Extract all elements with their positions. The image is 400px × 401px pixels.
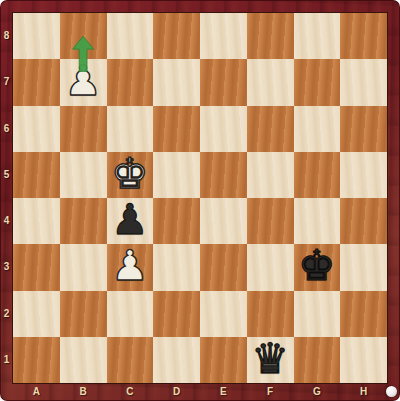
rank-label-1: 1 [0, 355, 13, 365]
square-h3[interactable] [340, 244, 387, 290]
square-b6[interactable] [60, 106, 107, 152]
square-a7[interactable] [13, 59, 60, 105]
square-h2[interactable] [340, 291, 387, 337]
square-h4[interactable] [340, 198, 387, 244]
square-e7[interactable] [200, 59, 247, 105]
file-label-a: A [13, 386, 60, 398]
square-h8[interactable] [340, 13, 387, 59]
file-label-f: F [247, 386, 294, 398]
chess-board[interactable]: ♟♚♟♟♚♛ [13, 13, 387, 383]
square-a8[interactable] [13, 13, 60, 59]
rank-label-2: 2 [0, 309, 13, 319]
file-label-d: D [153, 386, 200, 398]
square-h1[interactable] [340, 337, 387, 383]
square-d8[interactable] [153, 13, 200, 59]
square-e1[interactable] [200, 337, 247, 383]
square-e5[interactable] [200, 152, 247, 198]
square-a6[interactable] [13, 106, 60, 152]
square-f3[interactable] [247, 244, 294, 290]
rank-label-3: 3 [0, 262, 13, 272]
square-g7[interactable] [294, 59, 341, 105]
square-c4[interactable]: ♟ [107, 198, 154, 244]
square-b2[interactable] [60, 291, 107, 337]
black-queen[interactable]: ♛ [251, 336, 289, 382]
square-b1[interactable] [60, 337, 107, 383]
square-b7[interactable]: ♟ [60, 59, 107, 105]
square-e8[interactable] [200, 13, 247, 59]
square-c8[interactable] [107, 13, 154, 59]
square-d4[interactable] [153, 198, 200, 244]
square-f1[interactable]: ♛ [247, 337, 294, 383]
black-pawn[interactable]: ♟ [111, 197, 149, 243]
square-f7[interactable] [247, 59, 294, 105]
square-g1[interactable] [294, 337, 341, 383]
square-f4[interactable] [247, 198, 294, 244]
black-king[interactable]: ♚ [298, 243, 336, 289]
white-pawn[interactable]: ♟ [64, 58, 102, 104]
square-c7[interactable] [107, 59, 154, 105]
square-d7[interactable] [153, 59, 200, 105]
rank-label-8: 8 [0, 31, 13, 41]
file-label-g: G [294, 386, 341, 398]
white-pawn[interactable]: ♟ [111, 243, 149, 289]
square-g6[interactable] [294, 106, 341, 152]
square-h7[interactable] [340, 59, 387, 105]
rank-label-4: 4 [0, 216, 13, 226]
white-king[interactable]: ♚ [111, 151, 149, 197]
square-a4[interactable] [13, 198, 60, 244]
square-f2[interactable] [247, 291, 294, 337]
square-c6[interactable] [107, 106, 154, 152]
rank-label-7: 7 [0, 77, 13, 87]
square-b4[interactable] [60, 198, 107, 244]
square-e6[interactable] [200, 106, 247, 152]
square-e4[interactable] [200, 198, 247, 244]
turn-indicator-dot [386, 386, 397, 397]
square-f5[interactable] [247, 152, 294, 198]
file-label-h: H [340, 386, 387, 398]
square-a2[interactable] [13, 291, 60, 337]
square-c2[interactable] [107, 291, 154, 337]
square-g2[interactable] [294, 291, 341, 337]
square-g3[interactable]: ♚ [294, 244, 341, 290]
square-d5[interactable] [153, 152, 200, 198]
square-g5[interactable] [294, 152, 341, 198]
square-b5[interactable] [60, 152, 107, 198]
square-c1[interactable] [107, 337, 154, 383]
square-f8[interactable] [247, 13, 294, 59]
rank-label-6: 6 [0, 124, 13, 134]
square-d3[interactable] [153, 244, 200, 290]
square-c5[interactable]: ♚ [107, 152, 154, 198]
file-label-b: B [60, 386, 107, 398]
chess-diagram: ♟♚♟♟♚♛ 87654321 ABCDEFGH [0, 0, 400, 401]
square-b8[interactable] [60, 13, 107, 59]
file-label-c: C [107, 386, 154, 398]
square-d2[interactable] [153, 291, 200, 337]
square-h5[interactable] [340, 152, 387, 198]
square-d6[interactable] [153, 106, 200, 152]
rank-label-5: 5 [0, 170, 13, 180]
square-a1[interactable] [13, 337, 60, 383]
square-h6[interactable] [340, 106, 387, 152]
square-f6[interactable] [247, 106, 294, 152]
square-a3[interactable] [13, 244, 60, 290]
square-d1[interactable] [153, 337, 200, 383]
square-g8[interactable] [294, 13, 341, 59]
file-label-e: E [200, 386, 247, 398]
square-e2[interactable] [200, 291, 247, 337]
square-g4[interactable] [294, 198, 341, 244]
square-e3[interactable] [200, 244, 247, 290]
square-a5[interactable] [13, 152, 60, 198]
square-b3[interactable] [60, 244, 107, 290]
square-c3[interactable]: ♟ [107, 244, 154, 290]
